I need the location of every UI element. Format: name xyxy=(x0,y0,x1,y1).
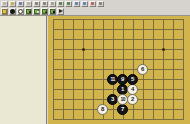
board-icon xyxy=(2,9,7,14)
mark-white xyxy=(37,11,39,13)
board-button[interactable] xyxy=(1,8,8,15)
next-move-icon xyxy=(91,2,94,5)
mark-triangle-button[interactable] xyxy=(41,8,48,15)
arrow-icon xyxy=(59,9,63,13)
prev-move-button[interactable] xyxy=(81,1,88,7)
edit-toolbar xyxy=(0,7,190,15)
move-number: 7 xyxy=(121,106,124,112)
move-number: 8 xyxy=(101,106,104,112)
move-number: 1 xyxy=(121,86,124,92)
move-number: 9 xyxy=(121,76,124,82)
undo-button[interactable] xyxy=(57,1,64,7)
grid-line xyxy=(53,119,184,120)
grid-line xyxy=(53,39,184,40)
paste-button[interactable] xyxy=(49,1,56,7)
new-icon xyxy=(3,2,6,5)
mark-triangle xyxy=(45,11,47,13)
stone-white[interactable]: 10 xyxy=(117,94,128,105)
grid-line xyxy=(53,59,184,60)
black-stone-icon xyxy=(10,9,15,14)
print-button[interactable] xyxy=(25,1,32,7)
stone-black[interactable]: 5 xyxy=(127,74,138,85)
undo-icon xyxy=(59,2,62,5)
star-point xyxy=(162,48,165,51)
redo-button[interactable] xyxy=(65,1,72,7)
grid-line xyxy=(53,19,184,20)
move-number: 11 xyxy=(111,77,115,82)
save-icon xyxy=(19,2,22,5)
cut-button[interactable] xyxy=(33,1,40,7)
next-move-button[interactable] xyxy=(89,1,96,7)
move-number: 5 xyxy=(131,76,134,82)
stone-black[interactable]: 9 xyxy=(117,74,128,85)
open-icon xyxy=(11,2,14,5)
copy-icon xyxy=(43,2,46,5)
stone-black[interactable]: 11 xyxy=(107,74,118,85)
last-move-button[interactable] xyxy=(97,1,104,7)
side-panel[interactable] xyxy=(0,16,47,124)
white-stone-button[interactable] xyxy=(17,8,24,15)
new-button[interactable] xyxy=(1,1,8,7)
stone-black[interactable]: 7 xyxy=(117,104,128,115)
mark-black-icon xyxy=(26,9,31,14)
move-number: 10 xyxy=(120,97,125,102)
stone-white[interactable]: 6 xyxy=(137,64,148,75)
stone-white[interactable]: 8 xyxy=(97,104,108,115)
move-number: 3 xyxy=(111,96,114,102)
arrow-button[interactable] xyxy=(57,8,64,15)
first-move-icon xyxy=(75,2,78,5)
mark-triangle-icon xyxy=(42,9,47,14)
black-stone-button[interactable] xyxy=(9,8,16,15)
go-board[interactable]: 1234567891011 xyxy=(48,16,190,124)
mark-black xyxy=(29,11,31,13)
first-move-button[interactable] xyxy=(73,1,80,7)
cut-icon xyxy=(35,2,38,5)
save-button[interactable] xyxy=(17,1,24,7)
grid-line xyxy=(53,69,184,70)
move-number: 2 xyxy=(131,96,134,102)
paste-icon xyxy=(51,2,54,5)
mark-white-icon xyxy=(34,9,39,14)
mark-white-button[interactable] xyxy=(33,8,40,15)
mark-square-icon xyxy=(50,9,55,14)
print-icon xyxy=(27,2,30,5)
mark-black-button[interactable] xyxy=(25,8,32,15)
grid-line xyxy=(53,29,184,30)
mark-square xyxy=(53,11,55,13)
move-number: 6 xyxy=(141,66,144,72)
main-toolbar xyxy=(0,0,190,7)
stone-white[interactable]: 2 xyxy=(127,94,138,105)
mark-square-button[interactable] xyxy=(49,8,56,15)
copy-button[interactable] xyxy=(41,1,48,7)
move-number: 4 xyxy=(131,86,134,92)
open-button[interactable] xyxy=(9,1,16,7)
redo-icon xyxy=(67,2,70,5)
star-point xyxy=(82,48,85,51)
white-stone-icon xyxy=(18,9,23,14)
stone-white[interactable]: 4 xyxy=(127,84,138,95)
prev-move-icon xyxy=(83,2,86,5)
last-move-icon xyxy=(99,2,102,5)
